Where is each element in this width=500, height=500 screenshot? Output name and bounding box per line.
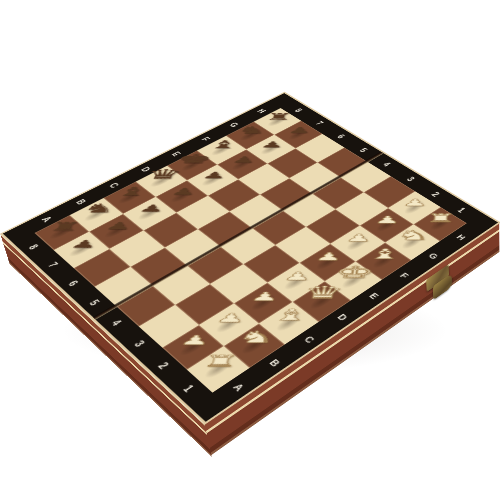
chess-set-photo: ABCDEFGH ABCDEFGH 87654321 87654321 ♜♞♝♛… (0, 0, 500, 500)
